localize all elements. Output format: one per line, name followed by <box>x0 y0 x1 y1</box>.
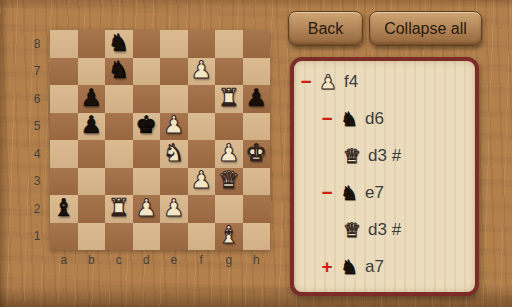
square-c8[interactable]: ♞ <box>105 30 133 58</box>
file-label-d: d <box>133 251 161 268</box>
piece-white-knight: ♞ <box>163 141 185 165</box>
rank-labels: 87654321 <box>28 30 46 250</box>
square-a1[interactable] <box>50 223 78 251</box>
square-d4[interactable] <box>133 140 161 168</box>
square-a4[interactable] <box>50 140 78 168</box>
square-c4[interactable] <box>105 140 133 168</box>
file-label-e: e <box>160 251 188 268</box>
square-d1[interactable] <box>133 223 161 251</box>
piece-black-knight: ♞ <box>108 31 130 55</box>
square-a3[interactable] <box>50 168 78 196</box>
move-label: a7 <box>365 257 384 277</box>
piece-black-pawn: ♟ <box>80 113 102 137</box>
piece-white-pawn: ♟ <box>163 196 185 220</box>
square-c3[interactable] <box>105 168 133 196</box>
square-b8[interactable] <box>78 30 106 58</box>
piece-white-bishop: ♝ <box>218 223 240 247</box>
collapse-indicator[interactable]: − <box>320 183 334 202</box>
square-c6[interactable] <box>105 85 133 113</box>
piece-black-pawn: ♟ <box>80 86 102 110</box>
move-label: e8 <box>365 294 384 297</box>
square-g2[interactable] <box>215 195 243 223</box>
black-knight-icon: ♞ <box>338 183 360 203</box>
square-h5[interactable] <box>243 113 271 141</box>
square-e6[interactable] <box>160 85 188 113</box>
file-label-h: h <box>243 251 271 268</box>
piece-black-pawn: ♟ <box>245 86 267 110</box>
square-e7[interactable] <box>160 58 188 86</box>
square-f8[interactable] <box>188 30 216 58</box>
piece-white-pawn: ♟ <box>190 168 212 192</box>
move-row-a7[interactable]: +♞a7 <box>294 248 475 285</box>
square-f4[interactable] <box>188 140 216 168</box>
square-f6[interactable] <box>188 85 216 113</box>
move-row-e8[interactable]: +♞e8 <box>294 285 475 296</box>
move-label: d3 # <box>368 146 401 166</box>
square-e3[interactable] <box>160 168 188 196</box>
move-label: d3 # <box>368 220 401 240</box>
square-b3[interactable] <box>78 168 106 196</box>
square-f3[interactable]: ♟ <box>188 168 216 196</box>
square-e4[interactable]: ♞ <box>160 140 188 168</box>
square-c1[interactable] <box>105 223 133 251</box>
move-row-d6[interactable]: −♞d6 <box>294 100 475 137</box>
file-label-c: c <box>105 251 133 268</box>
piece-black-bishop: ♝ <box>53 196 75 220</box>
square-h3[interactable] <box>243 168 271 196</box>
square-h4[interactable]: ♚ <box>243 140 271 168</box>
square-c2[interactable]: ♜ <box>105 195 133 223</box>
move-label: e7 <box>365 183 384 203</box>
piece-white-pawn: ♟ <box>190 58 212 82</box>
black-knight-icon: ♞ <box>338 109 360 129</box>
square-a8[interactable] <box>50 30 78 58</box>
piece-white-king: ♚ <box>245 141 267 165</box>
file-label-b: b <box>78 251 106 268</box>
app-screen: 87654321 ♞♞♟♟♜♟♟♚♟♞♟♚♟♛♝♜♟♟♝ abcdefgh Ba… <box>0 0 512 307</box>
file-labels: abcdefgh <box>50 251 270 268</box>
move-row-d3#[interactable]: ♛d3 # <box>294 211 475 248</box>
square-a7[interactable] <box>50 58 78 86</box>
back-button[interactable]: Back <box>288 11 363 46</box>
white-pawn-icon: ♟ <box>317 72 339 92</box>
collapse-indicator[interactable]: − <box>320 109 334 128</box>
square-c5[interactable] <box>105 113 133 141</box>
move-label: f4 <box>344 72 358 92</box>
square-d8[interactable] <box>133 30 161 58</box>
file-label-g: g <box>215 251 243 268</box>
move-row-f4[interactable]: −♟f4 <box>294 63 475 100</box>
rank-label-3: 3 <box>28 168 46 196</box>
black-knight-icon: ♞ <box>338 257 360 277</box>
piece-black-knight: ♞ <box>108 58 130 82</box>
piece-white-pawn: ♟ <box>163 113 185 137</box>
square-e1[interactable] <box>160 223 188 251</box>
square-e8[interactable] <box>160 30 188 58</box>
square-g1[interactable]: ♝ <box>215 223 243 251</box>
rank-label-8: 8 <box>28 30 46 58</box>
rank-label-4: 4 <box>28 140 46 168</box>
board: ♞♞♟♟♜♟♟♚♟♞♟♚♟♛♝♜♟♟♝ <box>50 30 270 250</box>
square-g4[interactable]: ♟ <box>215 140 243 168</box>
back-button-label: Back <box>308 20 344 38</box>
square-d2[interactable]: ♟ <box>133 195 161 223</box>
square-h2[interactable] <box>243 195 271 223</box>
rank-label-7: 7 <box>28 58 46 86</box>
black-knight-icon: ♞ <box>338 294 360 297</box>
rank-label-2: 2 <box>28 195 46 223</box>
piece-white-pawn: ♟ <box>218 141 240 165</box>
move-label: d6 <box>365 109 384 129</box>
square-a2[interactable]: ♝ <box>50 195 78 223</box>
move-row-e7[interactable]: −♞e7 <box>294 174 475 211</box>
expand-indicator[interactable]: + <box>320 257 334 276</box>
collapse-indicator[interactable]: − <box>299 72 313 91</box>
square-g5[interactable] <box>215 113 243 141</box>
piece-black-king: ♚ <box>135 113 157 137</box>
collapse-all-button[interactable]: Collapse all <box>369 11 482 46</box>
square-g8[interactable] <box>215 30 243 58</box>
rank-label-5: 5 <box>28 113 46 141</box>
file-label-f: f <box>188 251 216 268</box>
piece-white-queen: ♛ <box>218 168 240 192</box>
square-b4[interactable] <box>78 140 106 168</box>
square-g7[interactable] <box>215 58 243 86</box>
square-h1[interactable] <box>243 223 271 251</box>
square-a6[interactable] <box>50 85 78 113</box>
square-a5[interactable] <box>50 113 78 141</box>
square-h6[interactable]: ♟ <box>243 85 271 113</box>
square-f7[interactable]: ♟ <box>188 58 216 86</box>
square-b6[interactable]: ♟ <box>78 85 106 113</box>
rank-label-6: 6 <box>28 85 46 113</box>
square-d7[interactable] <box>133 58 161 86</box>
piece-white-pawn: ♟ <box>135 196 157 220</box>
square-b5[interactable]: ♟ <box>78 113 106 141</box>
file-label-a: a <box>50 251 78 268</box>
expand-indicator[interactable]: + <box>320 294 334 296</box>
square-b2[interactable] <box>78 195 106 223</box>
rank-label-1: 1 <box>28 223 46 251</box>
square-d3[interactable] <box>133 168 161 196</box>
square-f2[interactable] <box>188 195 216 223</box>
square-h7[interactable] <box>243 58 271 86</box>
piece-white-rook: ♜ <box>218 86 240 110</box>
square-d5[interactable]: ♚ <box>133 113 161 141</box>
white-queen-icon: ♛ <box>341 220 363 240</box>
square-e5[interactable]: ♟ <box>160 113 188 141</box>
square-e2[interactable]: ♟ <box>160 195 188 223</box>
variation-tree: −♟f4−♞d6♛d3 #−♞e7♛d3 #+♞a7+♞e8 <box>294 61 475 296</box>
square-f1[interactable] <box>188 223 216 251</box>
square-c7[interactable]: ♞ <box>105 58 133 86</box>
variation-tree-panel: −♟f4−♞d6♛d3 #−♞e7♛d3 #+♞a7+♞e8 <box>290 57 479 296</box>
square-b1[interactable] <box>78 223 106 251</box>
move-row-d3#[interactable]: ♛d3 # <box>294 137 475 174</box>
piece-white-rook: ♜ <box>108 196 130 220</box>
collapse-all-button-label: Collapse all <box>384 20 467 38</box>
white-queen-icon: ♛ <box>341 146 363 166</box>
square-d6[interactable] <box>133 85 161 113</box>
square-b7[interactable] <box>78 58 106 86</box>
square-f5[interactable] <box>188 113 216 141</box>
square-h8[interactable] <box>243 30 271 58</box>
square-g6[interactable]: ♜ <box>215 85 243 113</box>
square-g3[interactable]: ♛ <box>215 168 243 196</box>
